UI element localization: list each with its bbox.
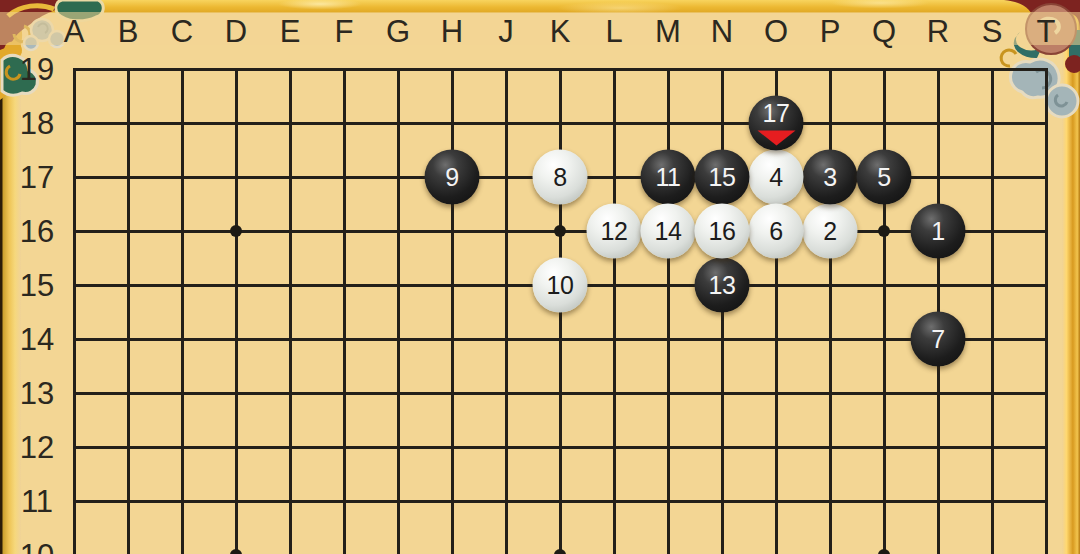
grid-cell <box>235 392 289 446</box>
grid-cell <box>73 338 127 392</box>
grid-cell <box>991 338 1048 392</box>
stone-black-17-O18: 17 <box>749 96 804 151</box>
grid-cell <box>343 176 397 230</box>
grid-cell <box>289 176 343 230</box>
row-label-18: 18 <box>20 108 54 139</box>
grid-cell <box>73 446 127 500</box>
grid-cell <box>451 338 505 392</box>
grid-cell <box>613 392 667 446</box>
stone-move-number: 10 <box>533 258 588 313</box>
grid-cell <box>235 68 289 122</box>
grid-cell <box>883 446 937 500</box>
stone-move-number: 14 <box>641 204 696 259</box>
grid-cell <box>775 500 829 554</box>
col-label-S: S <box>982 16 1003 47</box>
grid-cell <box>397 284 451 338</box>
col-label-T: T <box>1037 16 1056 47</box>
grid-cell <box>73 122 127 176</box>
stone-move-number: 4 <box>749 150 804 205</box>
grid-cell <box>559 338 613 392</box>
grid-cell <box>775 392 829 446</box>
grid-cell <box>613 500 667 554</box>
grid-cell <box>667 446 721 500</box>
grid-cell <box>235 230 289 284</box>
row-label-16: 16 <box>20 216 54 247</box>
col-label-L: L <box>605 16 622 47</box>
grid-cell <box>127 284 181 338</box>
grid-cell <box>721 338 775 392</box>
row-label-19: 19 <box>20 54 54 85</box>
grid-cell <box>991 500 1048 554</box>
grid-cell <box>127 122 181 176</box>
col-label-H: H <box>441 16 463 47</box>
grid-cell <box>829 68 883 122</box>
grid-cell <box>397 500 451 554</box>
grid-cell <box>937 122 991 176</box>
grid-cell <box>937 446 991 500</box>
grid-cell <box>721 446 775 500</box>
stone-black-1-R16: 1 <box>911 204 966 259</box>
grid-cell <box>559 68 613 122</box>
grid-cell <box>397 68 451 122</box>
grid-cell <box>289 122 343 176</box>
grid-cell <box>505 68 559 122</box>
grid-cell <box>505 338 559 392</box>
star-point-Q10 <box>878 549 890 554</box>
row-label-14: 14 <box>20 324 54 355</box>
stone-white-10-K15: 10 <box>533 258 588 313</box>
grid-cell <box>667 500 721 554</box>
grid-cell <box>937 392 991 446</box>
stone-move-number: 11 <box>641 150 696 205</box>
row-label-13: 13 <box>20 378 54 409</box>
grid-cell <box>667 338 721 392</box>
grid-cell <box>505 500 559 554</box>
grid-cell <box>883 392 937 446</box>
col-label-N: N <box>711 16 733 47</box>
grid-cell <box>451 230 505 284</box>
grid-cell <box>181 392 235 446</box>
grid-cell <box>451 500 505 554</box>
col-label-F: F <box>335 16 354 47</box>
row-label-15: 15 <box>20 270 54 301</box>
grid-cell <box>829 392 883 446</box>
grid-cell <box>613 338 667 392</box>
col-label-G: G <box>386 16 410 47</box>
grid-cell <box>721 392 775 446</box>
grid-cell <box>829 446 883 500</box>
stone-black-9-H17: 9 <box>425 150 480 205</box>
grid-cell <box>991 68 1048 122</box>
stone-white-16-N16: 16 <box>695 204 750 259</box>
grid-cell <box>73 500 127 554</box>
grid-cell <box>991 176 1048 230</box>
grid-cell <box>505 446 559 500</box>
grid-cell <box>883 68 937 122</box>
stone-move-number: 7 <box>911 312 966 367</box>
grid-cell <box>73 392 127 446</box>
grid-cell <box>127 230 181 284</box>
col-label-A: A <box>64 16 85 47</box>
grid-cell <box>181 176 235 230</box>
grid-cell <box>73 176 127 230</box>
grid-cell <box>127 446 181 500</box>
grid-cell <box>73 284 127 338</box>
grid-cell <box>451 446 505 500</box>
stone-black-5-Q17: 5 <box>857 150 912 205</box>
stone-white-4-O17: 4 <box>749 150 804 205</box>
grid-cell <box>289 338 343 392</box>
col-label-D: D <box>225 16 247 47</box>
coordinate-band-overlay <box>0 12 1080 45</box>
grid-cell <box>775 446 829 500</box>
grid-cell <box>721 500 775 554</box>
grid-cell <box>613 284 667 338</box>
row-label-10: 10 <box>20 540 54 554</box>
star-point-K10 <box>554 549 566 554</box>
grid-cell <box>181 230 235 284</box>
row-label-17: 17 <box>20 162 54 193</box>
stone-black-15-N17: 15 <box>695 150 750 205</box>
grid-cell <box>451 68 505 122</box>
grid-cell <box>829 284 883 338</box>
go-app-screen: ABCDEFGHJKLMNOPQRST191817161514131211101… <box>0 0 1080 554</box>
grid-cell <box>343 68 397 122</box>
grid-cell <box>181 284 235 338</box>
grid-cell <box>343 338 397 392</box>
grid-cell <box>289 230 343 284</box>
grid-cell <box>991 392 1048 446</box>
stone-move-number: 8 <box>533 150 588 205</box>
stone-white-8-K17: 8 <box>533 150 588 205</box>
grid-cell <box>73 230 127 284</box>
grid-cell <box>667 68 721 122</box>
stone-black-7-R14: 7 <box>911 312 966 367</box>
col-label-Q: Q <box>872 16 896 47</box>
stone-move-number: 13 <box>695 258 750 313</box>
stone-black-3-P17: 3 <box>803 150 858 205</box>
col-label-O: O <box>764 16 788 47</box>
stone-black-13-N15: 13 <box>695 258 750 313</box>
stone-move-number: 5 <box>857 150 912 205</box>
grid-cell <box>829 500 883 554</box>
stone-white-6-O16: 6 <box>749 204 804 259</box>
grid-cell <box>235 446 289 500</box>
grid-cell <box>181 122 235 176</box>
grid-cell <box>181 500 235 554</box>
grid-cell <box>559 392 613 446</box>
grid-cell <box>343 284 397 338</box>
star-point-D16 <box>230 225 242 237</box>
grid-cell <box>73 68 127 122</box>
grid-cell <box>289 392 343 446</box>
grid-cell <box>343 122 397 176</box>
grid-cell <box>289 68 343 122</box>
row-label-12: 12 <box>20 432 54 463</box>
grid-cell <box>397 392 451 446</box>
grid-cell <box>127 500 181 554</box>
stone-move-number: 9 <box>425 150 480 205</box>
stone-move-number: 1 <box>911 204 966 259</box>
row-label-11: 11 <box>21 486 53 517</box>
stone-move-number: 16 <box>695 204 750 259</box>
grid-cell <box>937 68 991 122</box>
grid-cell <box>235 122 289 176</box>
grid-cell <box>235 338 289 392</box>
grid-cell <box>397 446 451 500</box>
grid-cell <box>451 284 505 338</box>
grid-cell <box>991 446 1048 500</box>
grid-cell <box>343 446 397 500</box>
grid-cell <box>127 338 181 392</box>
grid-cell <box>667 392 721 446</box>
grid-cell <box>343 230 397 284</box>
grid-cell <box>289 446 343 500</box>
grid-cell <box>397 338 451 392</box>
grid-cell <box>289 500 343 554</box>
grid-cell <box>991 230 1048 284</box>
grid-cell <box>343 500 397 554</box>
grid-cell <box>559 500 613 554</box>
grid-cell <box>235 500 289 554</box>
grid-cell <box>991 122 1048 176</box>
grid-cell <box>397 230 451 284</box>
stone-move-number: 6 <box>749 204 804 259</box>
grid-cell <box>235 284 289 338</box>
col-label-P: P <box>820 16 841 47</box>
stone-move-number: 12 <box>587 204 642 259</box>
stone-white-14-M16: 14 <box>641 204 696 259</box>
grid-cell <box>829 338 883 392</box>
stone-move-number: 15 <box>695 150 750 205</box>
col-label-M: M <box>655 16 681 47</box>
star-point-K16 <box>554 225 566 237</box>
grid-cell <box>235 176 289 230</box>
grid-cell <box>289 284 343 338</box>
grid-cell <box>181 68 235 122</box>
grid-cell <box>559 446 613 500</box>
col-label-J: J <box>498 16 514 47</box>
grid-cell <box>127 68 181 122</box>
grid-cell <box>775 338 829 392</box>
grid-cell <box>343 392 397 446</box>
grid-cell <box>937 500 991 554</box>
col-label-R: R <box>927 16 949 47</box>
stone-move-number: 3 <box>803 150 858 205</box>
star-point-D10 <box>230 549 242 554</box>
stone-black-11-M17: 11 <box>641 150 696 205</box>
grid-cell <box>127 176 181 230</box>
grid-cell <box>505 392 559 446</box>
grid-cell <box>181 338 235 392</box>
grid-cell <box>127 392 181 446</box>
grid-cell <box>991 284 1048 338</box>
grid-cell <box>181 446 235 500</box>
star-point-Q16 <box>878 225 890 237</box>
stone-white-2-P16: 2 <box>803 204 858 259</box>
col-label-K: K <box>550 16 571 47</box>
grid-cell <box>613 68 667 122</box>
stone-move-number: 2 <box>803 204 858 259</box>
grid-cell <box>613 446 667 500</box>
grid-cell <box>883 500 937 554</box>
stone-white-12-L16: 12 <box>587 204 642 259</box>
last-move-marker-icon <box>757 131 795 146</box>
grid-cell <box>775 284 829 338</box>
col-label-B: B <box>118 16 139 47</box>
grid-cell <box>451 392 505 446</box>
col-label-C: C <box>171 16 193 47</box>
col-label-E: E <box>280 16 301 47</box>
